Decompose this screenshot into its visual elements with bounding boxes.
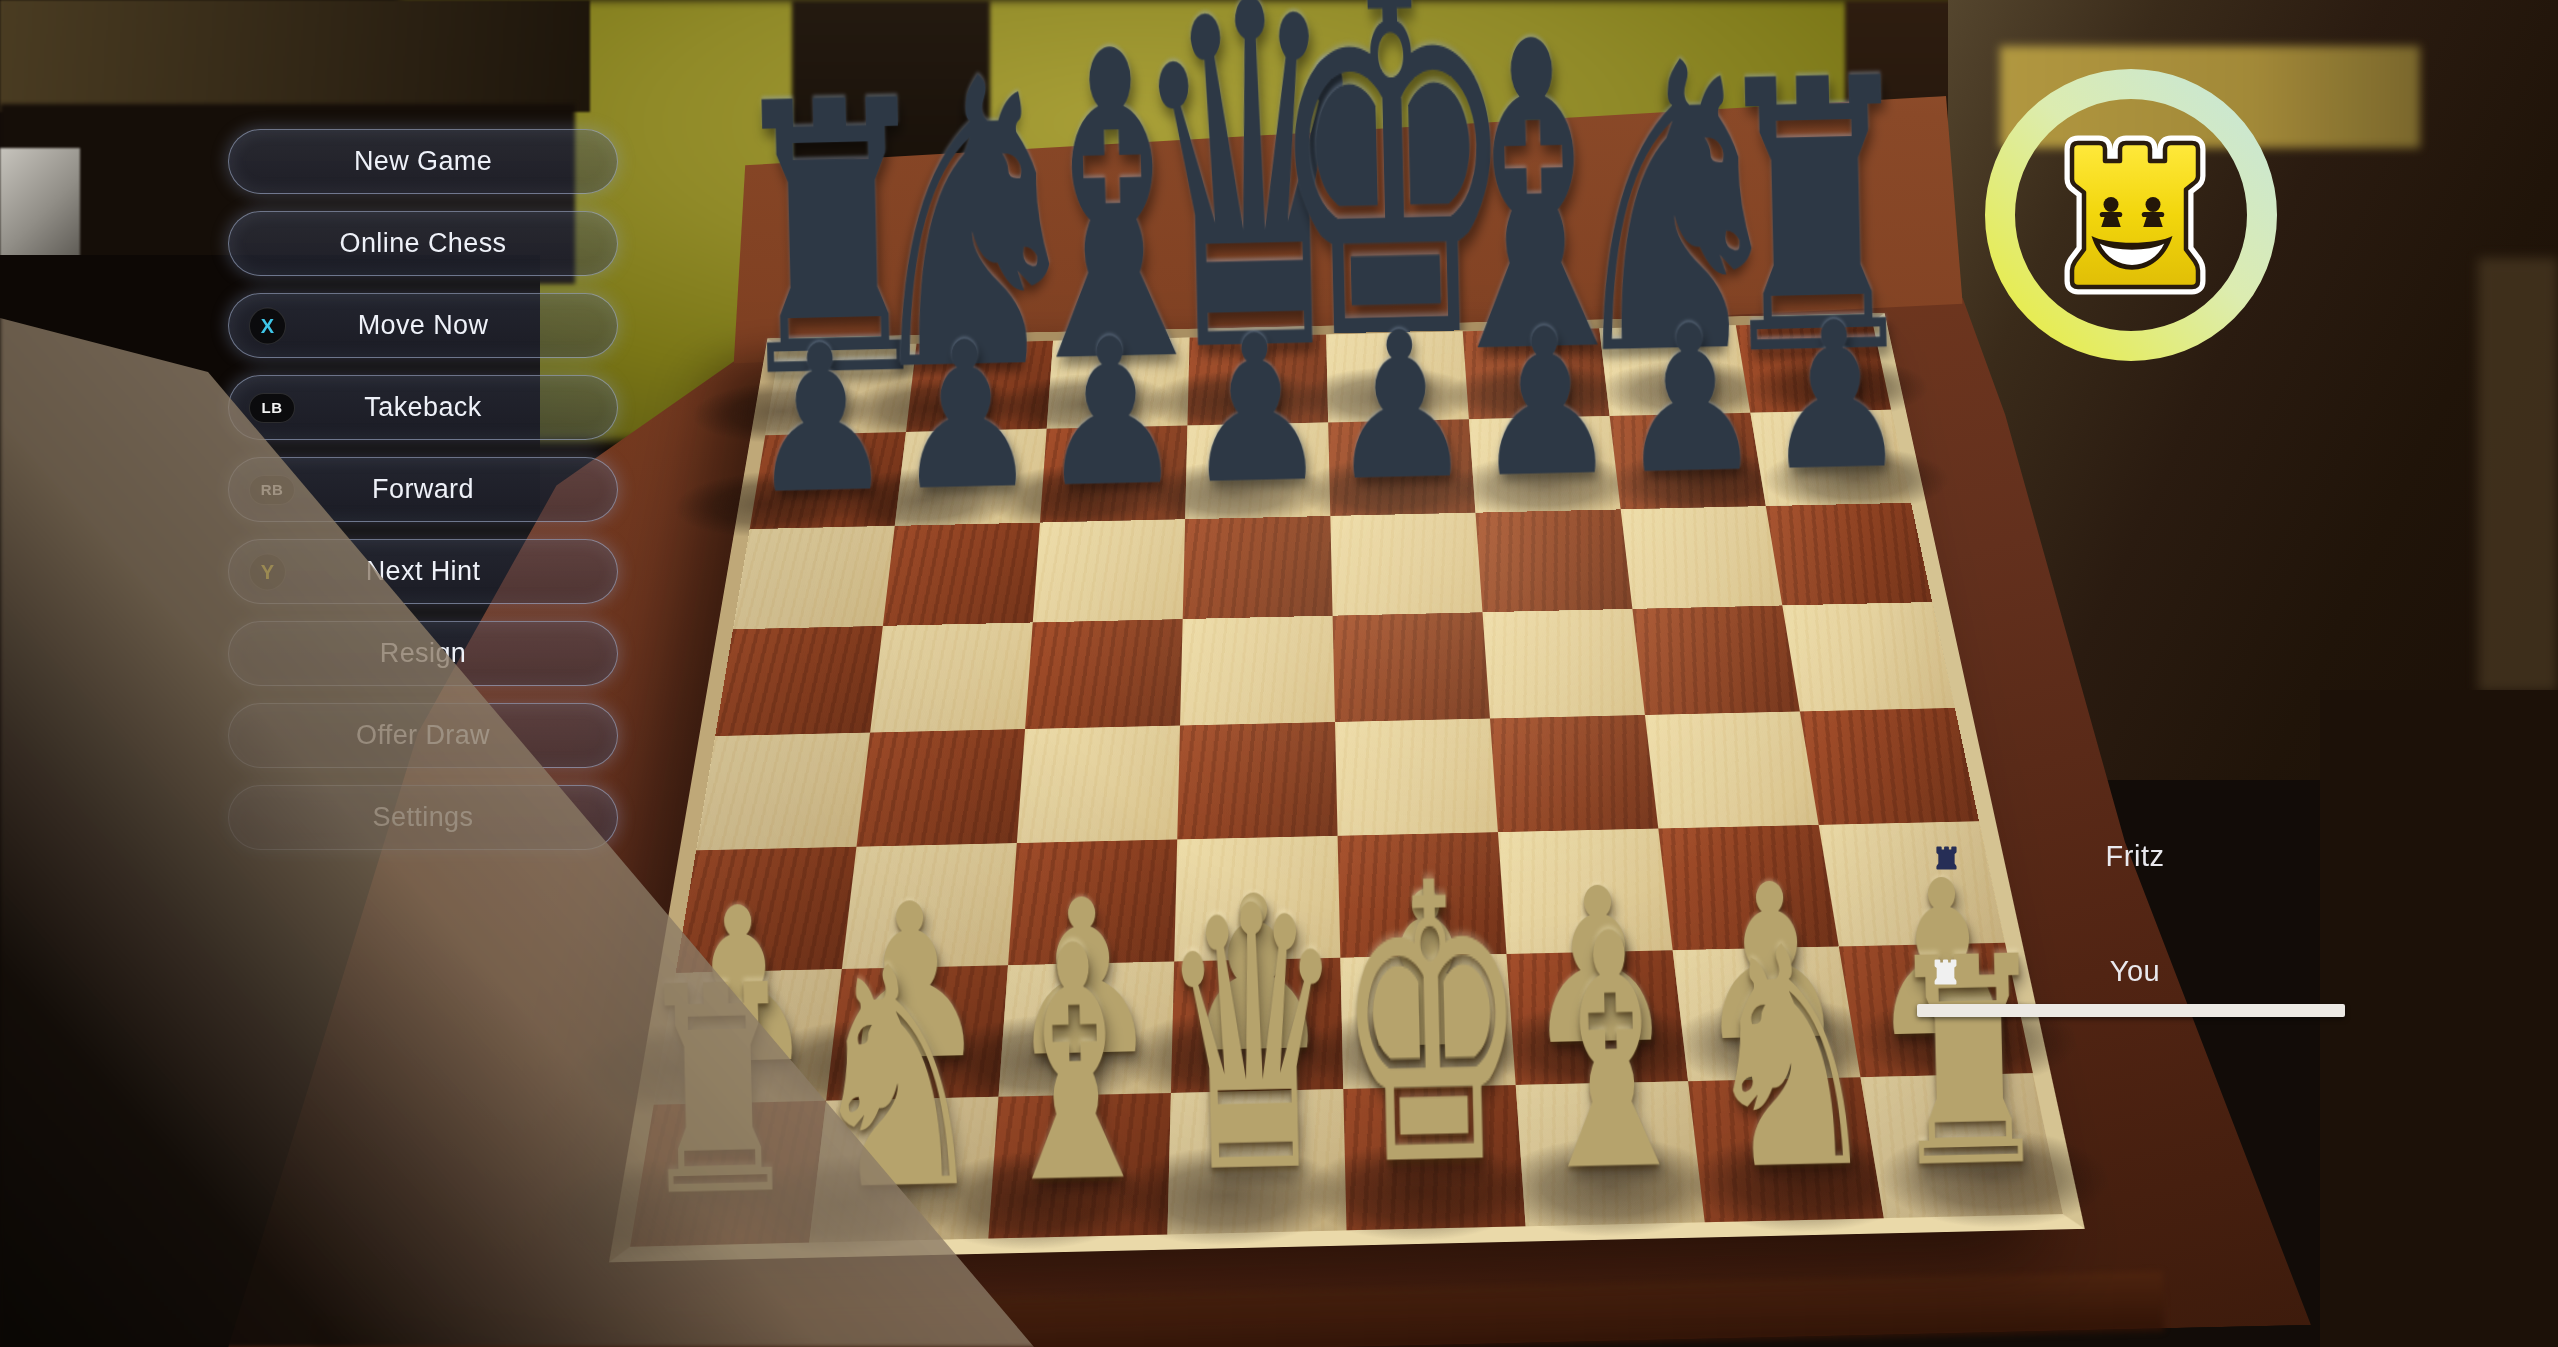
menu-item-online-chess[interactable]: Online Chess (228, 211, 618, 276)
square-b6[interactable] (883, 523, 1040, 626)
turn-progress-bar (1917, 1004, 2345, 1017)
menu-item-label: New Game (354, 146, 492, 177)
piece-black-pawn-c7[interactable]: ♟ (1036, 311, 1186, 516)
piece-white-bishop-f1[interactable]: ♝ (1519, 890, 1702, 1217)
square-b1[interactable]: ♞ (809, 1097, 998, 1243)
square-d4[interactable] (1177, 722, 1337, 839)
square-f1[interactable]: ♝ (1516, 1081, 1705, 1226)
menu-item-next-hint[interactable]: YNext Hint (228, 539, 618, 604)
menu-item-new-game[interactable]: New Game (228, 129, 618, 194)
square-a6[interactable] (733, 526, 895, 629)
menu-item-label: Takeback (364, 392, 481, 423)
piece-black-pawn-e7[interactable]: ♟ (1326, 304, 1476, 509)
menu-item-forward[interactable]: RBForward (228, 457, 618, 522)
square-b4[interactable] (856, 729, 1025, 847)
black-rook-icon (1934, 845, 1958, 872)
square-d6[interactable] (1183, 516, 1333, 619)
menu: New GameOnline ChessXMove NowLBTakebackR… (228, 129, 618, 867)
piece-black-pawn-d7[interactable]: ♟ (1181, 308, 1331, 513)
square-h7[interactable]: ♟ (1750, 410, 1911, 506)
piece-white-bishop-c1[interactable]: ♝ (983, 902, 1166, 1229)
piece-black-pawn-g7[interactable]: ♟ (1615, 298, 1765, 503)
menu-item-takeback[interactable]: LBTakeback (228, 375, 618, 440)
human-player-name: You (1990, 955, 2280, 988)
square-a7[interactable]: ♟ (750, 432, 906, 529)
piece-black-pawn-h7[interactable]: ♟ (1760, 294, 1910, 499)
piece-black-pawn-b7[interactable]: ♟ (891, 314, 1041, 519)
square-c4[interactable] (1017, 726, 1180, 844)
square-g5[interactable] (1632, 605, 1799, 715)
square-b5[interactable] (870, 622, 1033, 732)
gamepad-lb-button-icon: LB (249, 393, 295, 423)
square-a5[interactable] (715, 626, 883, 736)
menu-item-label: Online Chess (340, 228, 507, 259)
menu-item-label: Settings (373, 802, 474, 833)
menu-item-label: Offer Draw (356, 720, 490, 751)
piece-white-king-e1[interactable]: ♚ (1331, 833, 1531, 1221)
square-c6[interactable] (1033, 519, 1185, 622)
square-b7[interactable]: ♟ (895, 429, 1047, 526)
piece-white-rook-a1[interactable]: ♜ (632, 947, 804, 1237)
piece-white-knight-b1[interactable]: ♞ (802, 926, 990, 1233)
square-e1[interactable]: ♚ (1343, 1085, 1525, 1230)
square-a1[interactable]: ♜ (630, 1101, 826, 1247)
piece-black-pawn-a7[interactable]: ♟ (746, 318, 896, 523)
menu-item-offer-draw[interactable]: Offer Draw (228, 703, 618, 768)
menu-item-label: Resign (380, 638, 466, 669)
square-d5[interactable] (1180, 616, 1335, 726)
piece-white-queen-d1[interactable]: ♛ (1156, 858, 1350, 1225)
square-f6[interactable] (1475, 509, 1632, 612)
square-d7[interactable]: ♟ (1185, 422, 1330, 519)
square-d1[interactable]: ♛ (1167, 1089, 1346, 1234)
square-c7[interactable]: ♟ (1040, 426, 1187, 523)
menu-item-move-now[interactable]: XMove Now (228, 293, 618, 358)
square-e5[interactable] (1333, 612, 1490, 722)
square-e7[interactable]: ♟ (1328, 419, 1475, 516)
board-grid: ♜♞♝♛♚♝♞♜♟♟♟♟♟♟♟♟♟♟♟♟♟♟♟♟♜♞♝♛♚♝♞♜ (630, 322, 2063, 1247)
square-g1[interactable]: ♞ (1688, 1077, 1884, 1222)
square-c1[interactable]: ♝ (988, 1093, 1171, 1239)
square-g7[interactable]: ♟ (1610, 413, 1766, 510)
gamepad-y-button-icon: Y (249, 553, 286, 590)
menu-item-label: Move Now (358, 310, 489, 341)
menu-item-label: Forward (372, 474, 474, 505)
menu-item-label: Next Hint (366, 556, 481, 587)
piece-black-pawn-f7[interactable]: ♟ (1470, 301, 1620, 506)
square-f7[interactable]: ♟ (1469, 416, 1621, 513)
square-e6[interactable] (1330, 513, 1482, 616)
square-h1[interactable]: ♜ (1861, 1073, 2063, 1218)
square-h5[interactable] (1782, 602, 1955, 711)
menu-item-resign[interactable]: Resign (228, 621, 618, 686)
square-f5[interactable] (1482, 609, 1644, 719)
chess-board: ♜♞♝♛♚♝♞♜♟♟♟♟♟♟♟♟♟♟♟♟♟♟♟♟♜♞♝♛♚♝♞♜ (609, 313, 2085, 1262)
gamepad-rb-button-icon: RB (249, 475, 295, 505)
square-h4[interactable] (1800, 708, 1979, 825)
engine-player-name: Fritz (1990, 840, 2280, 873)
gamepad-x-button-icon: X (249, 307, 286, 344)
square-c5[interactable] (1025, 619, 1183, 729)
square-a4[interactable] (696, 733, 870, 851)
white-rook-icon (1932, 958, 1958, 987)
square-h6[interactable] (1766, 503, 1932, 606)
square-g6[interactable] (1621, 506, 1783, 609)
menu-item-settings[interactable]: Settings (228, 785, 618, 850)
logo-rook-icon (2072, 143, 2198, 287)
fritz-smiling-rook-logo (1981, 65, 2281, 365)
square-g4[interactable] (1645, 711, 1819, 828)
piece-white-knight-g1[interactable]: ♞ (1696, 906, 1884, 1213)
fritz-chess-screen: ♜♞♝♛♚♝♞♜♟♟♟♟♟♟♟♟♟♟♟♟♟♟♟♟♜♞♝♛♚♝♞♜ New Gam… (0, 0, 2558, 1347)
